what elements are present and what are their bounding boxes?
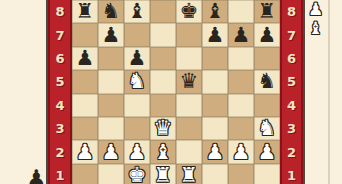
square-f1[interactable] [202, 164, 228, 184]
square-g1[interactable] [228, 164, 254, 184]
rank-label-5: 5 [48, 70, 72, 93]
captured-white-bishop: ♝ [308, 19, 323, 38]
square-d3[interactable]: ♛ [150, 117, 176, 140]
black-bishop[interactable]: ♝ [206, 0, 225, 23]
square-h4[interactable] [254, 94, 280, 117]
black-pawn[interactable]: ♟ [206, 24, 225, 47]
black-pawn[interactable]: ♟ [258, 24, 277, 47]
square-f2[interactable]: ♟ [202, 140, 228, 163]
square-b8[interactable]: ♞ [98, 0, 124, 23]
black-queen[interactable]: ♛ [180, 70, 199, 93]
rank-label-2: 2 [48, 140, 72, 163]
square-b2[interactable]: ♟ [98, 140, 124, 163]
square-e6[interactable] [176, 47, 202, 70]
square-c6[interactable]: ♟ [124, 47, 150, 70]
square-c2[interactable]: ♟ [124, 140, 150, 163]
square-d1[interactable]: ♜ [150, 164, 176, 184]
black-knight[interactable]: ♞ [258, 70, 277, 93]
white-rook[interactable]: ♜ [180, 164, 199, 184]
rank-label-8: 8 [48, 0, 72, 23]
square-e4[interactable] [176, 94, 202, 117]
white-pawn[interactable]: ♟ [128, 141, 147, 164]
right-margin-divider [328, 0, 330, 184]
rank-label-3: 3 [48, 117, 72, 140]
square-h1[interactable] [254, 164, 280, 184]
captured-white-tray: ♟♝ [308, 0, 323, 38]
black-rook[interactable]: ♜ [76, 0, 95, 23]
white-bishop[interactable]: ♝ [154, 141, 173, 164]
rank-labels-left: 87654321 [48, 0, 72, 184]
square-a6[interactable]: ♟ [72, 47, 98, 70]
square-a7[interactable] [72, 23, 98, 46]
square-a2[interactable]: ♟ [72, 140, 98, 163]
square-g6[interactable] [228, 47, 254, 70]
square-g4[interactable] [228, 94, 254, 117]
square-c1[interactable]: ♚ [124, 164, 150, 184]
rank-label-1: 1 [280, 164, 303, 184]
square-g3[interactable] [228, 117, 254, 140]
square-e1[interactable]: ♜ [176, 164, 202, 184]
captured-black-pawn: ♟ [26, 165, 47, 184]
white-knight[interactable]: ♞ [128, 70, 147, 93]
right-margin: ♟♝ [305, 0, 342, 184]
square-a5[interactable] [72, 70, 98, 93]
captured-white-pawn: ♟ [308, 0, 323, 19]
square-f6[interactable] [202, 47, 228, 70]
square-a4[interactable] [72, 94, 98, 117]
square-e8[interactable]: ♚ [176, 0, 202, 23]
square-f3[interactable] [202, 117, 228, 140]
rank-label-7: 7 [280, 23, 303, 46]
white-pawn[interactable]: ♟ [232, 141, 251, 164]
square-c4[interactable] [124, 94, 150, 117]
square-h6[interactable] [254, 47, 280, 70]
rank-label-8: 8 [280, 0, 303, 23]
square-d2[interactable]: ♝ [150, 140, 176, 163]
chess-board: ♜♞♝♚♝♜♟♟♟♟♟♟♞♛♞♛♞♟♟♟♝♟♟♟♚♜♜ [72, 0, 280, 184]
square-f5[interactable] [202, 70, 228, 93]
square-g5[interactable] [228, 70, 254, 93]
square-f7[interactable]: ♟ [202, 23, 228, 46]
square-d4[interactable] [150, 94, 176, 117]
black-pawn[interactable]: ♟ [128, 47, 147, 70]
square-h2[interactable]: ♟ [254, 140, 280, 163]
black-pawn[interactable]: ♟ [232, 24, 251, 47]
square-a8[interactable]: ♜ [72, 0, 98, 23]
square-d6[interactable] [150, 47, 176, 70]
square-e3[interactable] [176, 117, 202, 140]
left-margin: ♟ [0, 0, 46, 184]
square-h7[interactable]: ♟ [254, 23, 280, 46]
white-pawn[interactable]: ♟ [76, 141, 95, 164]
square-c7[interactable] [124, 23, 150, 46]
white-knight[interactable]: ♞ [258, 117, 277, 140]
rank-label-7: 7 [48, 23, 72, 46]
captured-black-tray: ♟ [26, 166, 47, 184]
square-e7[interactable] [176, 23, 202, 46]
square-b1[interactable] [98, 164, 124, 184]
rank-label-4: 4 [280, 94, 303, 117]
rank-label-4: 4 [48, 94, 72, 117]
rank-label-1: 1 [48, 164, 72, 184]
square-h5[interactable]: ♞ [254, 70, 280, 93]
square-b6[interactable] [98, 47, 124, 70]
black-pawn[interactable]: ♟ [102, 24, 121, 47]
square-d5[interactable] [150, 70, 176, 93]
square-f4[interactable] [202, 94, 228, 117]
black-rook[interactable]: ♜ [258, 0, 277, 23]
square-a1[interactable] [72, 164, 98, 184]
black-pawn[interactable]: ♟ [76, 47, 95, 70]
square-b7[interactable]: ♟ [98, 23, 124, 46]
square-h8[interactable]: ♜ [254, 0, 280, 23]
square-b5[interactable] [98, 70, 124, 93]
white-queen[interactable]: ♛ [154, 117, 173, 140]
rank-label-3: 3 [280, 117, 303, 140]
rank-label-6: 6 [280, 47, 303, 70]
square-c3[interactable] [124, 117, 150, 140]
white-pawn[interactable]: ♟ [102, 141, 121, 164]
square-g8[interactable] [228, 0, 254, 23]
square-g2[interactable]: ♟ [228, 140, 254, 163]
square-e5[interactable]: ♛ [176, 70, 202, 93]
black-knight[interactable]: ♞ [102, 0, 121, 23]
square-c5[interactable]: ♞ [124, 70, 150, 93]
black-king[interactable]: ♚ [180, 0, 199, 23]
square-h3[interactable]: ♞ [254, 117, 280, 140]
rank-label-6: 6 [48, 47, 72, 70]
rank-labels-right: 87654321 [280, 0, 303, 184]
white-rook[interactable]: ♜ [154, 164, 173, 184]
square-g7[interactable]: ♟ [228, 23, 254, 46]
chess-app: ♟ 87654321 ♜♞♝♚♝♜♟♟♟♟♟♟♞♛♞♛♞♟♟♟♝♟♟♟♚♜♜ 8… [0, 0, 342, 184]
square-c8[interactable]: ♝ [124, 0, 150, 23]
square-d7[interactable] [150, 23, 176, 46]
square-e2[interactable] [176, 140, 202, 163]
square-d8[interactable] [150, 0, 176, 23]
white-pawn[interactable]: ♟ [206, 141, 225, 164]
white-pawn[interactable]: ♟ [258, 141, 277, 164]
rank-label-5: 5 [280, 70, 303, 93]
white-king[interactable]: ♚ [128, 164, 147, 184]
rank-label-2: 2 [280, 140, 303, 163]
square-b3[interactable] [98, 117, 124, 140]
square-a3[interactable] [72, 117, 98, 140]
black-bishop[interactable]: ♝ [128, 0, 147, 23]
square-b4[interactable] [98, 94, 124, 117]
square-f8[interactable]: ♝ [202, 0, 228, 23]
